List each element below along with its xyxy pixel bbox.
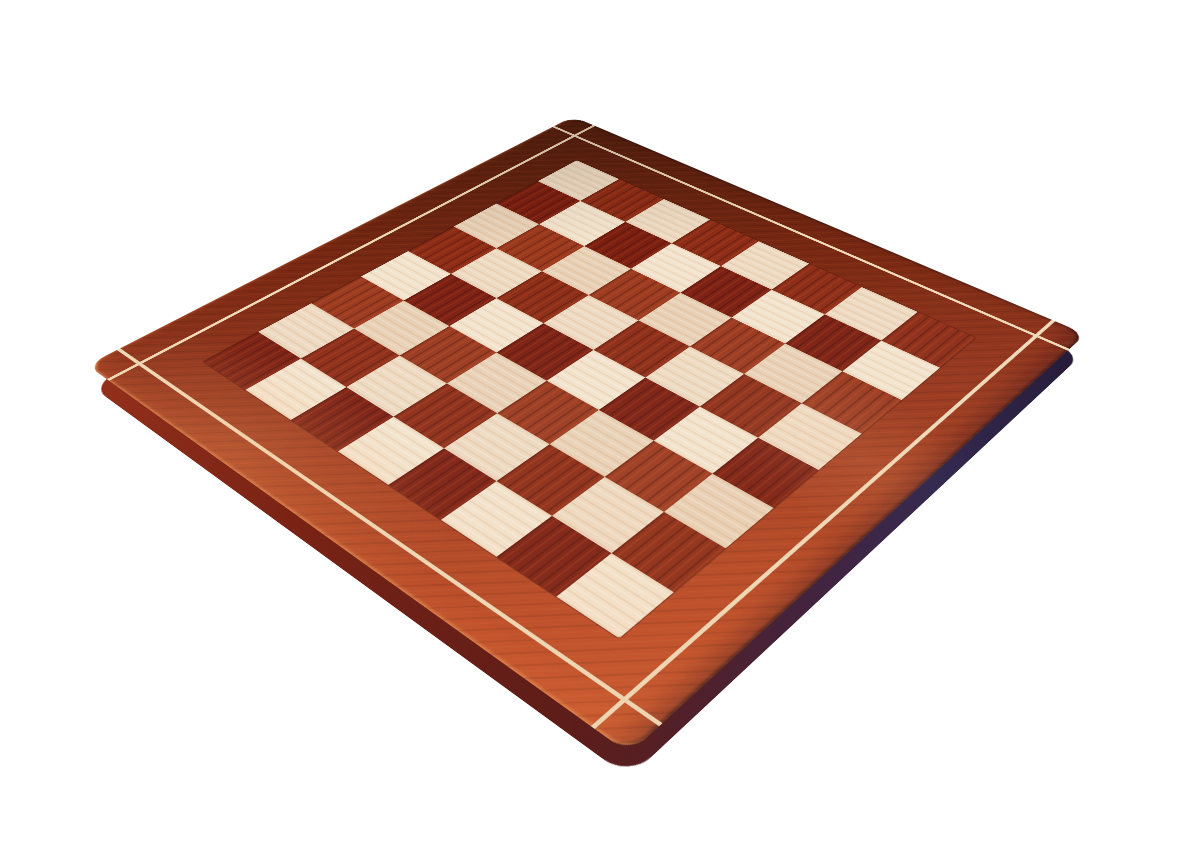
- square-f4: [599, 377, 701, 440]
- playing-field: [203, 160, 976, 638]
- board-frame: [87, 117, 1086, 754]
- square-c2: [347, 356, 447, 417]
- square-g2: [552, 477, 663, 553]
- photo-background: [0, 0, 1200, 853]
- square-f5: [646, 347, 745, 407]
- square-h2: [611, 512, 725, 592]
- square-g3: [605, 441, 712, 512]
- square-g4: [654, 406, 758, 473]
- square-c1: [291, 387, 394, 452]
- maple-inlay-line-bottom: [117, 348, 663, 726]
- square-b1: [246, 359, 347, 420]
- chess-board: [87, 117, 1086, 754]
- square-d1: [338, 417, 444, 485]
- maple-inlay-line-right: [591, 320, 1056, 729]
- square-f3: [549, 410, 654, 477]
- square-h3: [663, 473, 773, 548]
- square-h4: [712, 437, 819, 508]
- square-e2: [444, 413, 549, 481]
- square-g6: [744, 344, 842, 404]
- square-e3: [497, 380, 599, 444]
- square-d3: [447, 353, 547, 414]
- square-e1: [388, 448, 497, 520]
- square-h5: [758, 403, 861, 470]
- square-h6: [801, 371, 901, 434]
- square-g1: [497, 516, 612, 597]
- square-e4: [546, 350, 645, 410]
- square-d2: [394, 384, 497, 448]
- square-f1: [441, 481, 553, 557]
- square-g5: [700, 374, 801, 437]
- square-h1: [556, 553, 674, 639]
- square-f2: [497, 444, 605, 516]
